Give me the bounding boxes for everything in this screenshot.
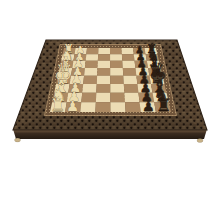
black-rook: ♜	[156, 95, 171, 115]
board-square	[82, 84, 96, 93]
board-square	[123, 68, 137, 76]
board-foot-left	[15, 138, 21, 142]
white-rook: ♜	[50, 95, 65, 115]
board-square	[85, 61, 98, 68]
board-square	[122, 61, 135, 68]
board-square	[80, 102, 96, 112]
board-square	[98, 54, 110, 61]
board-square	[97, 68, 110, 76]
board-square	[124, 93, 139, 102]
board-square	[96, 84, 110, 93]
chess-set-product-photo: ♜♟♟♜♞♟♟♞♝♟♟♝♛♟♟♛♚♟♟♚♝♟♟♝♞♟♟♞♜♟♟♜	[0, 0, 220, 200]
board-square	[86, 48, 98, 54]
board-square	[83, 76, 97, 84]
white-pawn: ♟	[66, 98, 79, 114]
board-square	[98, 48, 110, 54]
board-square	[122, 48, 134, 54]
board-square	[98, 61, 111, 68]
board-square	[110, 61, 123, 68]
board-square	[110, 84, 124, 93]
board-square	[122, 54, 135, 61]
board-square	[110, 68, 123, 76]
board-foot-right	[197, 139, 203, 143]
board-square	[97, 76, 111, 84]
board-square	[96, 93, 111, 102]
board-square	[110, 93, 125, 102]
chess-board: ♜♟♟♜♞♟♟♞♝♟♟♝♛♟♟♛♚♟♟♚♝♟♟♝♞♟♟♞♜♟♟♜	[0, 0, 220, 200]
board-square	[125, 102, 141, 112]
board-square	[110, 76, 124, 84]
board-square	[123, 76, 137, 84]
black-pawn: ♟	[142, 98, 155, 114]
board-square	[81, 93, 96, 102]
board-square	[110, 48, 122, 54]
board-square	[84, 68, 97, 76]
board-square	[110, 54, 122, 61]
board-square	[86, 54, 99, 61]
board-rim	[13, 129, 207, 143]
board-square	[124, 84, 139, 93]
board-square	[110, 102, 125, 112]
board-square	[95, 102, 110, 112]
